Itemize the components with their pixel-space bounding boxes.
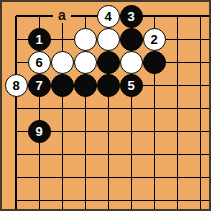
black-stone (97, 74, 120, 97)
white-stone (97, 28, 120, 51)
white-stone (51, 51, 74, 74)
white-stone-move-8: 8 (5, 74, 28, 97)
grid-line-horizontal (16, 108, 211, 109)
white-stone-move-6: 6 (28, 51, 51, 74)
black-stone-move-5: 5 (120, 74, 143, 97)
black-stone-move-3: 3 (120, 5, 143, 28)
black-stone (120, 28, 143, 51)
black-stone-move-7: 7 (28, 74, 51, 97)
black-stone (143, 51, 166, 74)
grid-line-horizontal (16, 177, 211, 178)
white-stone (74, 28, 97, 51)
grid-line-horizontal (16, 200, 211, 201)
go-board: 431268759 a (0, 0, 211, 211)
grid-line-vertical (15, 16, 17, 211)
black-stone-move-1: 1 (28, 28, 51, 51)
black-stone-move-9: 9 (28, 120, 51, 143)
grid-line-vertical (177, 16, 178, 211)
white-stone (120, 51, 143, 74)
black-stone (97, 51, 120, 74)
black-stone (51, 74, 74, 97)
grid-line-horizontal (16, 154, 211, 155)
white-stone (74, 51, 97, 74)
white-stone-move-4: 4 (97, 5, 120, 28)
grid-line-vertical (200, 16, 201, 211)
black-stone (74, 74, 97, 97)
white-stone-move-2: 2 (143, 28, 166, 51)
point-label-a: a (53, 7, 71, 23)
grid-line-vertical (62, 16, 63, 211)
